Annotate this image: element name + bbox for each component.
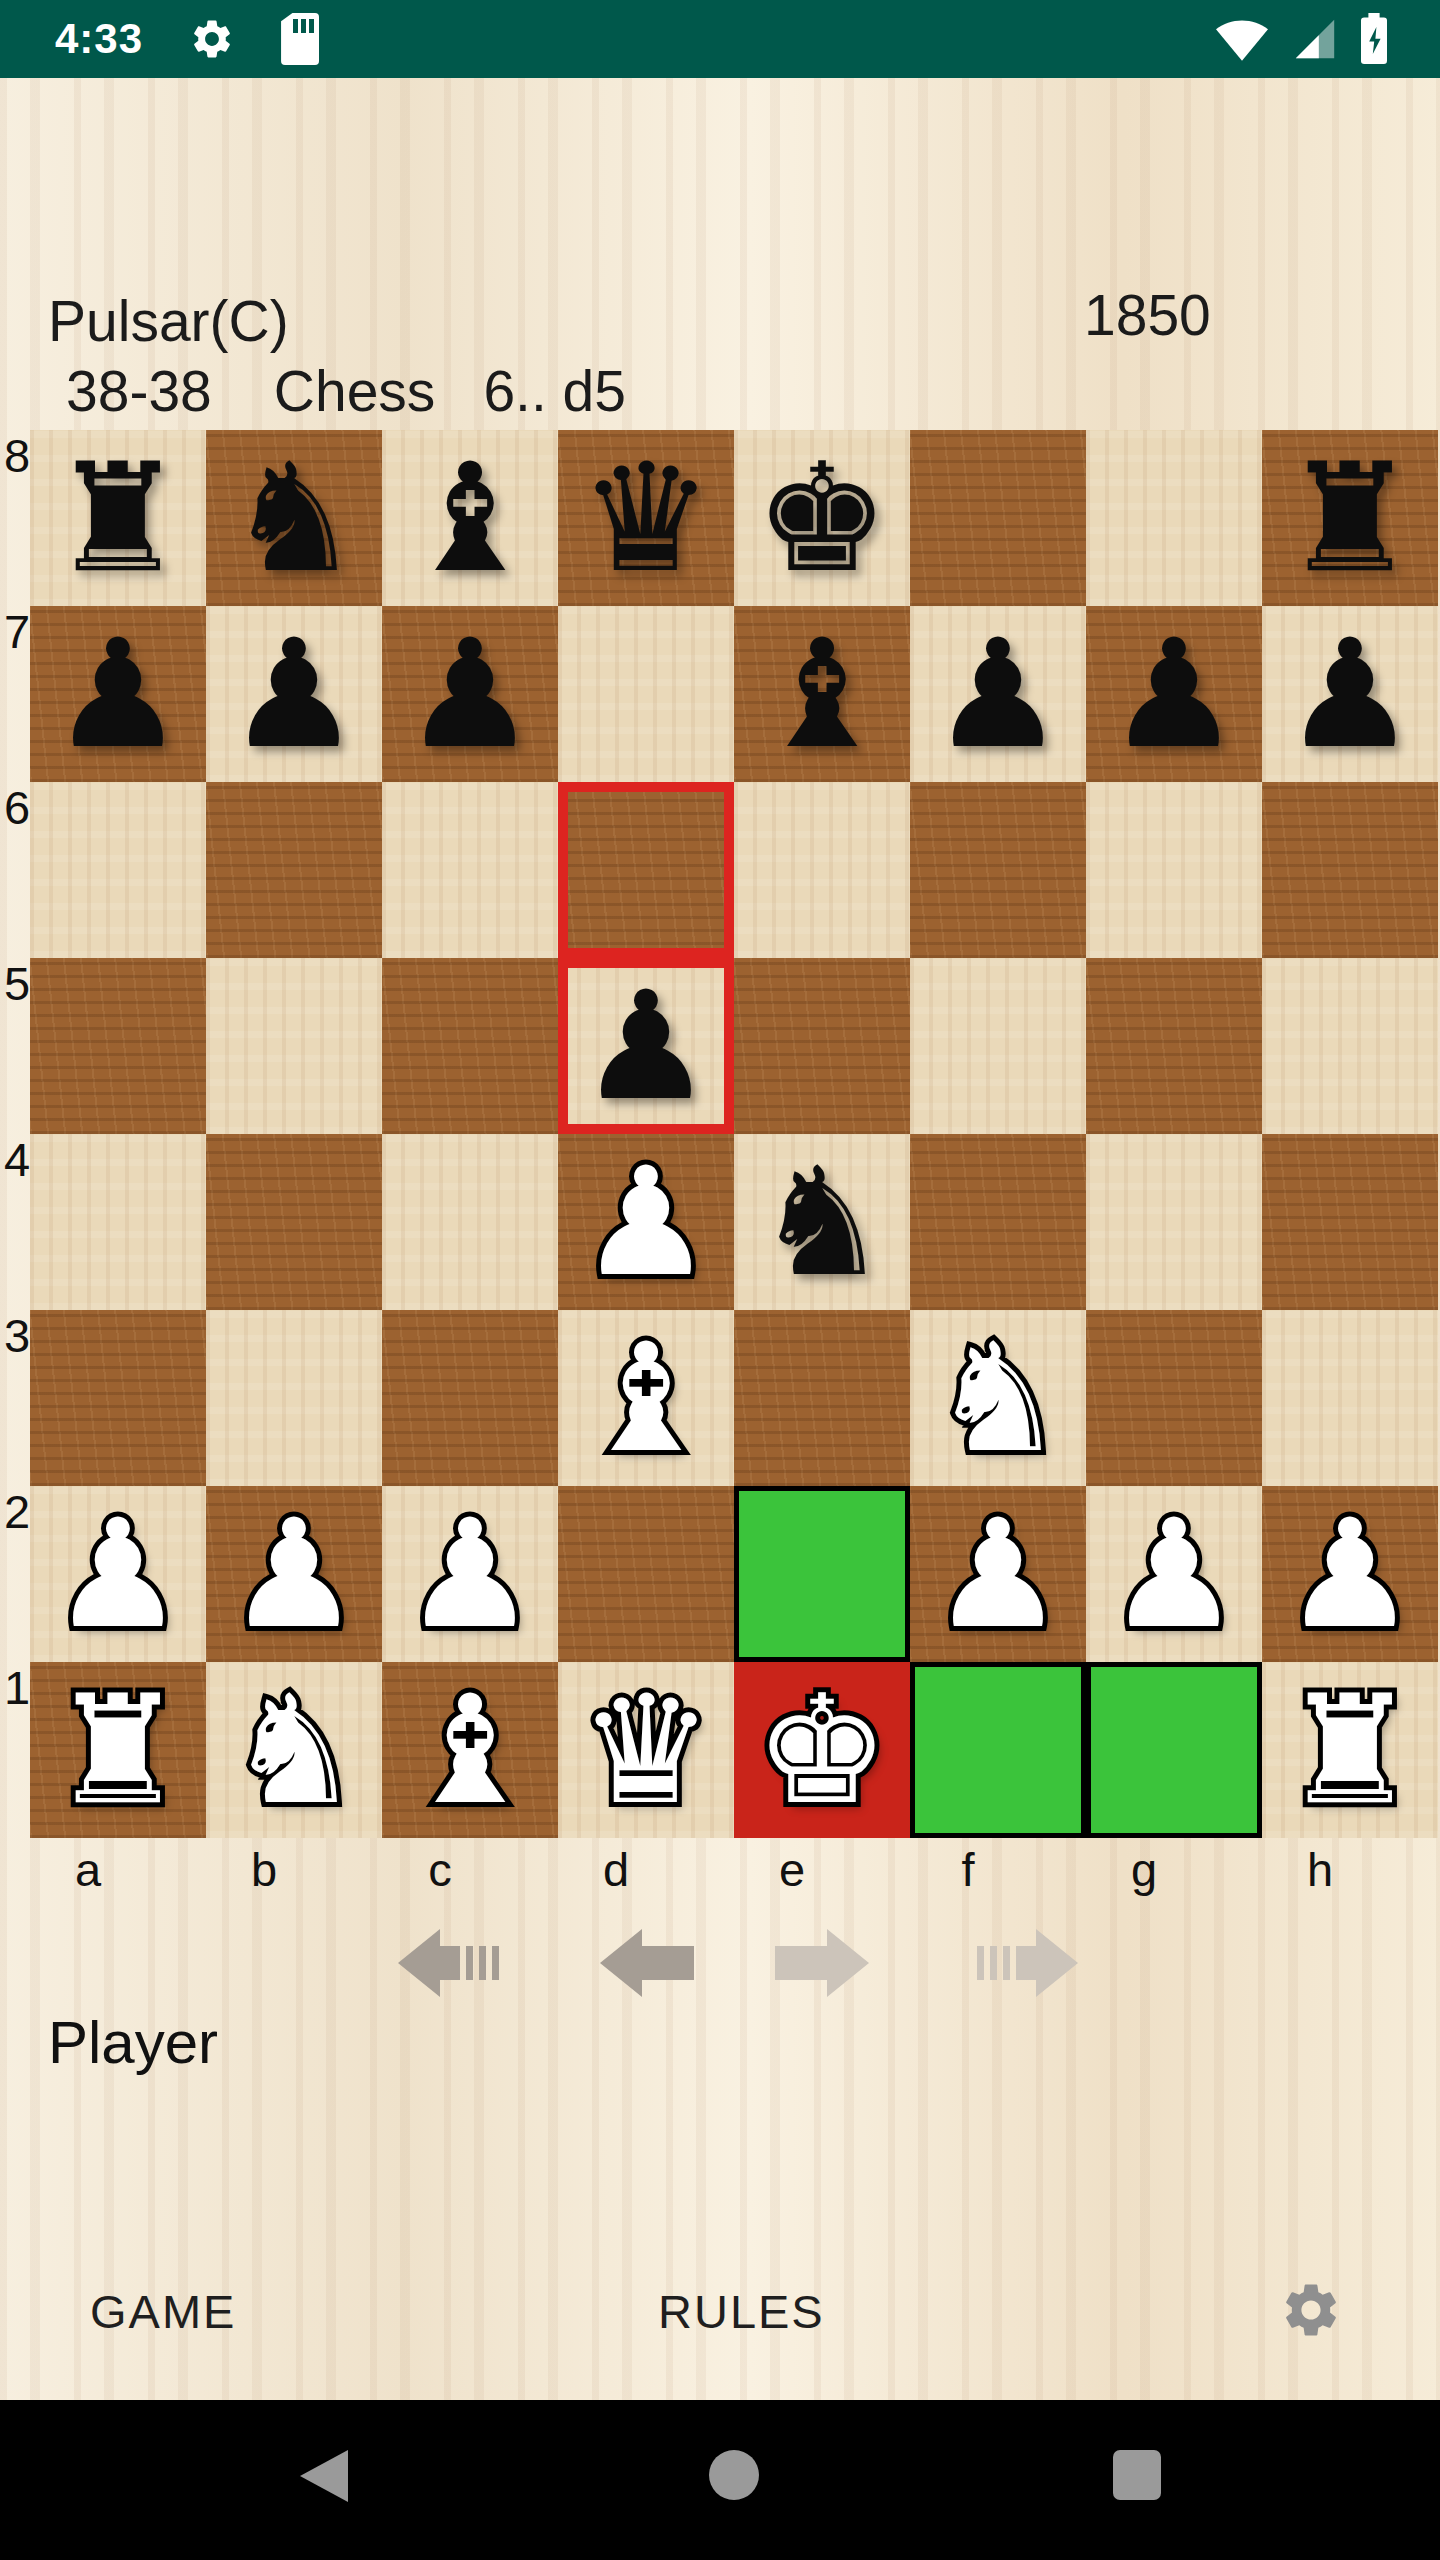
- engine-name: Pulsar(C): [48, 288, 289, 354]
- file-label-e: e: [779, 1842, 805, 1897]
- black-pawn: ♟: [579, 958, 713, 1134]
- game-menu-button[interactable]: GAME: [90, 2284, 236, 2339]
- square-b5[interactable]: [206, 958, 382, 1134]
- square-c1[interactable]: ♝: [382, 1662, 558, 1838]
- black-pawn: ♟: [403, 606, 537, 782]
- battery-charging-icon: [1360, 13, 1388, 65]
- skip-to-start-button[interactable]: [398, 1929, 504, 1997]
- square-c3[interactable]: [382, 1310, 558, 1486]
- time-score: 38-38: [66, 358, 212, 424]
- square-f3[interactable]: ♞: [910, 1310, 1086, 1486]
- skip-to-end-button[interactable]: [972, 1929, 1078, 1997]
- variant-name: Chess: [274, 358, 436, 424]
- file-label-c: c: [428, 1842, 452, 1897]
- black-rook: ♜: [51, 430, 185, 606]
- square-c7[interactable]: ♟: [382, 606, 558, 782]
- rank-label-3: 3: [4, 1312, 30, 1359]
- square-g1[interactable]: [1086, 1662, 1262, 1838]
- square-a6[interactable]: [30, 782, 206, 958]
- square-e4[interactable]: ♞: [734, 1134, 910, 1310]
- square-c2[interactable]: ♟: [382, 1486, 558, 1662]
- rank-label-4: 4: [4, 1136, 30, 1183]
- square-f8[interactable]: [910, 430, 1086, 606]
- square-h6[interactable]: [1262, 782, 1438, 958]
- square-h1[interactable]: ♜: [1262, 1662, 1438, 1838]
- square-c4[interactable]: [382, 1134, 558, 1310]
- rank-label-1: 1: [4, 1664, 30, 1711]
- white-rook: ♜: [1283, 1662, 1417, 1838]
- square-b2[interactable]: ♟: [206, 1486, 382, 1662]
- square-b8[interactable]: ♞: [206, 430, 382, 606]
- step-forward-button[interactable]: [763, 1929, 869, 1997]
- square-a5[interactable]: [30, 958, 206, 1134]
- cell-signal-icon: [1292, 16, 1338, 62]
- android-home-button[interactable]: [709, 2450, 759, 2500]
- game-status-line: 38-38 Chess 6.. d5: [66, 358, 626, 424]
- square-a4[interactable]: [30, 1134, 206, 1310]
- square-h8[interactable]: ♜: [1262, 430, 1438, 606]
- black-knight: ♞: [755, 1134, 889, 1310]
- rank-label-5: 5: [4, 960, 30, 1007]
- square-a1[interactable]: ♜: [30, 1662, 206, 1838]
- file-label-h: h: [1307, 1842, 1333, 1897]
- android-recents-button[interactable]: [1113, 2450, 1161, 2500]
- square-h7[interactable]: ♟: [1262, 606, 1438, 782]
- square-b1[interactable]: ♞: [206, 1662, 382, 1838]
- square-d6[interactable]: [558, 782, 734, 958]
- square-f1[interactable]: [910, 1662, 1086, 1838]
- white-knight: ♞: [227, 1662, 361, 1838]
- file-label-f: f: [961, 1842, 974, 1897]
- black-queen: ♛: [579, 430, 713, 606]
- white-pawn: ♟: [51, 1486, 185, 1662]
- white-bishop: ♝: [403, 1662, 537, 1838]
- white-rook: ♜: [51, 1662, 185, 1838]
- square-e7[interactable]: ♝: [734, 606, 910, 782]
- square-h3[interactable]: [1262, 1310, 1438, 1486]
- square-g3[interactable]: [1086, 1310, 1262, 1486]
- settings-gear-icon: [189, 16, 235, 62]
- square-g7[interactable]: ♟: [1086, 606, 1262, 782]
- white-pawn: ♟: [1283, 1486, 1417, 1662]
- square-f7[interactable]: ♟: [910, 606, 1086, 782]
- square-d3[interactable]: ♝: [558, 1310, 734, 1486]
- black-knight: ♞: [227, 430, 361, 606]
- square-c5[interactable]: [382, 958, 558, 1134]
- chess-board: ♜♞♝♛♚♜♟♟♟♝♟♟♟♟♟♞♝♞♟♟♟♟♟♟♜♞♝♛♚♜: [30, 430, 1438, 1838]
- step-back-button[interactable]: [600, 1929, 706, 1997]
- last-move-text: 6.. d5: [483, 358, 626, 424]
- rank-label-8: 8: [4, 432, 30, 479]
- square-e5[interactable]: [734, 958, 910, 1134]
- white-pawn: ♟: [579, 1134, 713, 1310]
- square-h5[interactable]: [1262, 958, 1438, 1134]
- white-queen: ♛: [579, 1662, 713, 1838]
- square-b7[interactable]: ♟: [206, 606, 382, 782]
- square-d4[interactable]: ♟: [558, 1134, 734, 1310]
- engine-rating: 1850: [1084, 282, 1211, 348]
- square-f5[interactable]: [910, 958, 1086, 1134]
- square-f6[interactable]: [910, 782, 1086, 958]
- wifi-icon: [1214, 16, 1270, 62]
- square-g2[interactable]: ♟: [1086, 1486, 1262, 1662]
- square-e1[interactable]: ♚: [734, 1662, 910, 1838]
- square-b3[interactable]: [206, 1310, 382, 1486]
- forward-arrow-icon: [827, 1929, 869, 1997]
- black-bishop: ♝: [403, 430, 537, 606]
- square-d7[interactable]: [558, 606, 734, 782]
- square-b6[interactable]: [206, 782, 382, 958]
- file-label-g: g: [1131, 1842, 1157, 1897]
- black-bishop: ♝: [755, 606, 889, 782]
- white-pawn: ♟: [931, 1486, 1065, 1662]
- square-c8[interactable]: ♝: [382, 430, 558, 606]
- file-label-b: b: [251, 1842, 277, 1897]
- black-pawn: ♟: [1107, 606, 1241, 782]
- square-d1[interactable]: ♛: [558, 1662, 734, 1838]
- player-name-label: Player: [48, 2008, 218, 2077]
- square-e2[interactable]: [734, 1486, 910, 1662]
- rank-label-7: 7: [4, 608, 30, 655]
- square-g4[interactable]: [1086, 1134, 1262, 1310]
- square-d2[interactable]: [558, 1486, 734, 1662]
- black-king: ♚: [755, 430, 889, 606]
- white-king: ♚: [755, 1662, 889, 1838]
- clock-time: 4:33: [55, 15, 143, 63]
- rank-label-2: 2: [4, 1488, 30, 1535]
- fast-forward-arrow-icon: [1036, 1929, 1078, 1997]
- square-a2[interactable]: ♟: [30, 1486, 206, 1662]
- back-arrow-icon: [600, 1929, 642, 1997]
- black-pawn: ♟: [227, 606, 361, 782]
- rewind-arrow-icon: [398, 1929, 440, 1997]
- square-a8[interactable]: ♜: [30, 430, 206, 606]
- file-label-a: a: [75, 1842, 101, 1897]
- black-pawn: ♟: [51, 606, 185, 782]
- sd-card-icon: [281, 13, 319, 65]
- square-f4[interactable]: [910, 1134, 1086, 1310]
- square-e8[interactable]: ♚: [734, 430, 910, 606]
- white-pawn: ♟: [1107, 1486, 1241, 1662]
- square-b4[interactable]: [206, 1134, 382, 1310]
- square-g8[interactable]: [1086, 430, 1262, 606]
- black-pawn: ♟: [1283, 606, 1417, 782]
- white-knight: ♞: [931, 1310, 1065, 1486]
- file-label-d: d: [603, 1842, 629, 1897]
- rank-label-6: 6: [4, 784, 30, 831]
- chess-app-screen: 4:33 Pulsar(C) 1850 38-38 Chess 6.. d5 ♜…: [0, 0, 1440, 2560]
- square-a7[interactable]: ♟: [30, 606, 206, 782]
- square-d5[interactable]: ♟: [558, 958, 734, 1134]
- white-pawn: ♟: [227, 1486, 361, 1662]
- square-g6[interactable]: [1086, 782, 1262, 958]
- rules-menu-button[interactable]: RULES: [658, 2284, 825, 2339]
- black-rook: ♜: [1283, 430, 1417, 606]
- square-h4[interactable]: [1262, 1134, 1438, 1310]
- square-g5[interactable]: [1086, 958, 1262, 1134]
- square-h2[interactable]: ♟: [1262, 1486, 1438, 1662]
- square-e6[interactable]: [734, 782, 910, 958]
- square-d8[interactable]: ♛: [558, 430, 734, 606]
- black-pawn: ♟: [931, 606, 1065, 782]
- settings-button[interactable]: [1279, 2278, 1343, 2342]
- square-a3[interactable]: [30, 1310, 206, 1486]
- white-pawn: ♟: [403, 1486, 537, 1662]
- status-bar: 4:33: [0, 0, 1440, 78]
- square-c6[interactable]: [382, 782, 558, 958]
- square-f2[interactable]: ♟: [910, 1486, 1086, 1662]
- square-e3[interactable]: [734, 1310, 910, 1486]
- white-bishop: ♝: [579, 1310, 713, 1486]
